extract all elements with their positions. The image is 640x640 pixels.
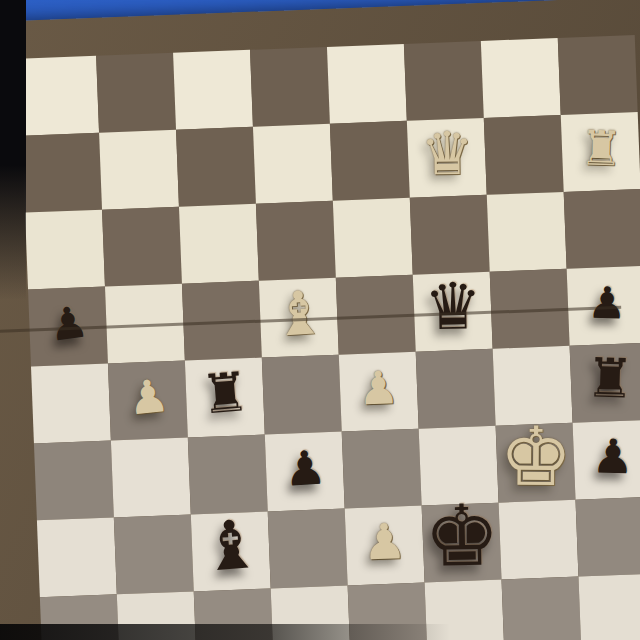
- square-a3: [34, 440, 114, 520]
- square-c8: [173, 50, 253, 130]
- square-c6: [179, 204, 259, 284]
- square-b1: [117, 591, 197, 640]
- square-g4: [493, 346, 573, 426]
- square-f2: [422, 503, 502, 583]
- square-b7: [99, 130, 179, 210]
- square-e3: [342, 429, 422, 509]
- square-d1: [271, 585, 351, 640]
- photo-stage: ♛♜♟♝♛♟♟♜♟♜♟♚♟♝♟♚: [0, 0, 640, 640]
- square-b5: [105, 284, 185, 364]
- square-c4: [185, 358, 265, 438]
- square-g7: [484, 115, 564, 195]
- square-e8: [327, 44, 407, 124]
- square-h5: [567, 266, 640, 346]
- square-a2: [37, 517, 117, 597]
- square-d3: [265, 432, 345, 512]
- square-g5: [490, 269, 570, 349]
- chess-board-frame: ♛♜♟♝♛♟♟♜♟♜♟♚♟♝♟♚: [0, 0, 640, 640]
- square-c3: [188, 435, 268, 515]
- square-b3: [111, 438, 191, 518]
- square-b6: [102, 207, 182, 287]
- square-c5: [182, 281, 262, 361]
- square-c2: [191, 511, 271, 591]
- square-h6: [564, 189, 640, 269]
- square-b2: [114, 514, 194, 594]
- square-a5: [28, 287, 108, 367]
- chess-board: [19, 35, 640, 640]
- square-f4: [416, 349, 496, 429]
- square-g3: [496, 423, 576, 503]
- square-e7: [330, 121, 410, 201]
- square-f5: [413, 272, 493, 352]
- square-a4: [31, 364, 111, 444]
- square-d2: [268, 509, 348, 589]
- square-e1: [348, 583, 428, 640]
- square-c1: [194, 588, 274, 640]
- square-e2: [345, 506, 425, 586]
- square-h2: [576, 497, 640, 577]
- square-h7: [561, 112, 640, 192]
- square-g2: [499, 500, 579, 580]
- square-e4: [339, 352, 419, 432]
- square-e5: [336, 275, 416, 355]
- square-g1: [502, 577, 582, 640]
- square-f3: [419, 426, 499, 506]
- square-b8: [96, 53, 176, 133]
- square-f7: [407, 118, 487, 198]
- square-d6: [256, 201, 336, 281]
- square-a7: [22, 133, 102, 213]
- square-a1: [40, 594, 120, 640]
- square-a8: [19, 56, 99, 136]
- square-d8: [250, 47, 330, 127]
- square-f1: [425, 580, 505, 640]
- square-h4: [570, 343, 640, 423]
- square-b4: [108, 361, 188, 441]
- square-d4: [262, 355, 342, 435]
- square-a6: [25, 210, 105, 290]
- square-f8: [404, 41, 484, 121]
- square-f6: [410, 195, 490, 275]
- square-g8: [481, 38, 561, 118]
- square-c7: [176, 127, 256, 207]
- square-d5: [259, 278, 339, 358]
- square-d7: [253, 124, 333, 204]
- square-h8: [558, 35, 638, 115]
- square-h1: [578, 574, 640, 640]
- square-g6: [487, 192, 567, 272]
- square-e6: [333, 198, 413, 278]
- square-h3: [573, 420, 640, 500]
